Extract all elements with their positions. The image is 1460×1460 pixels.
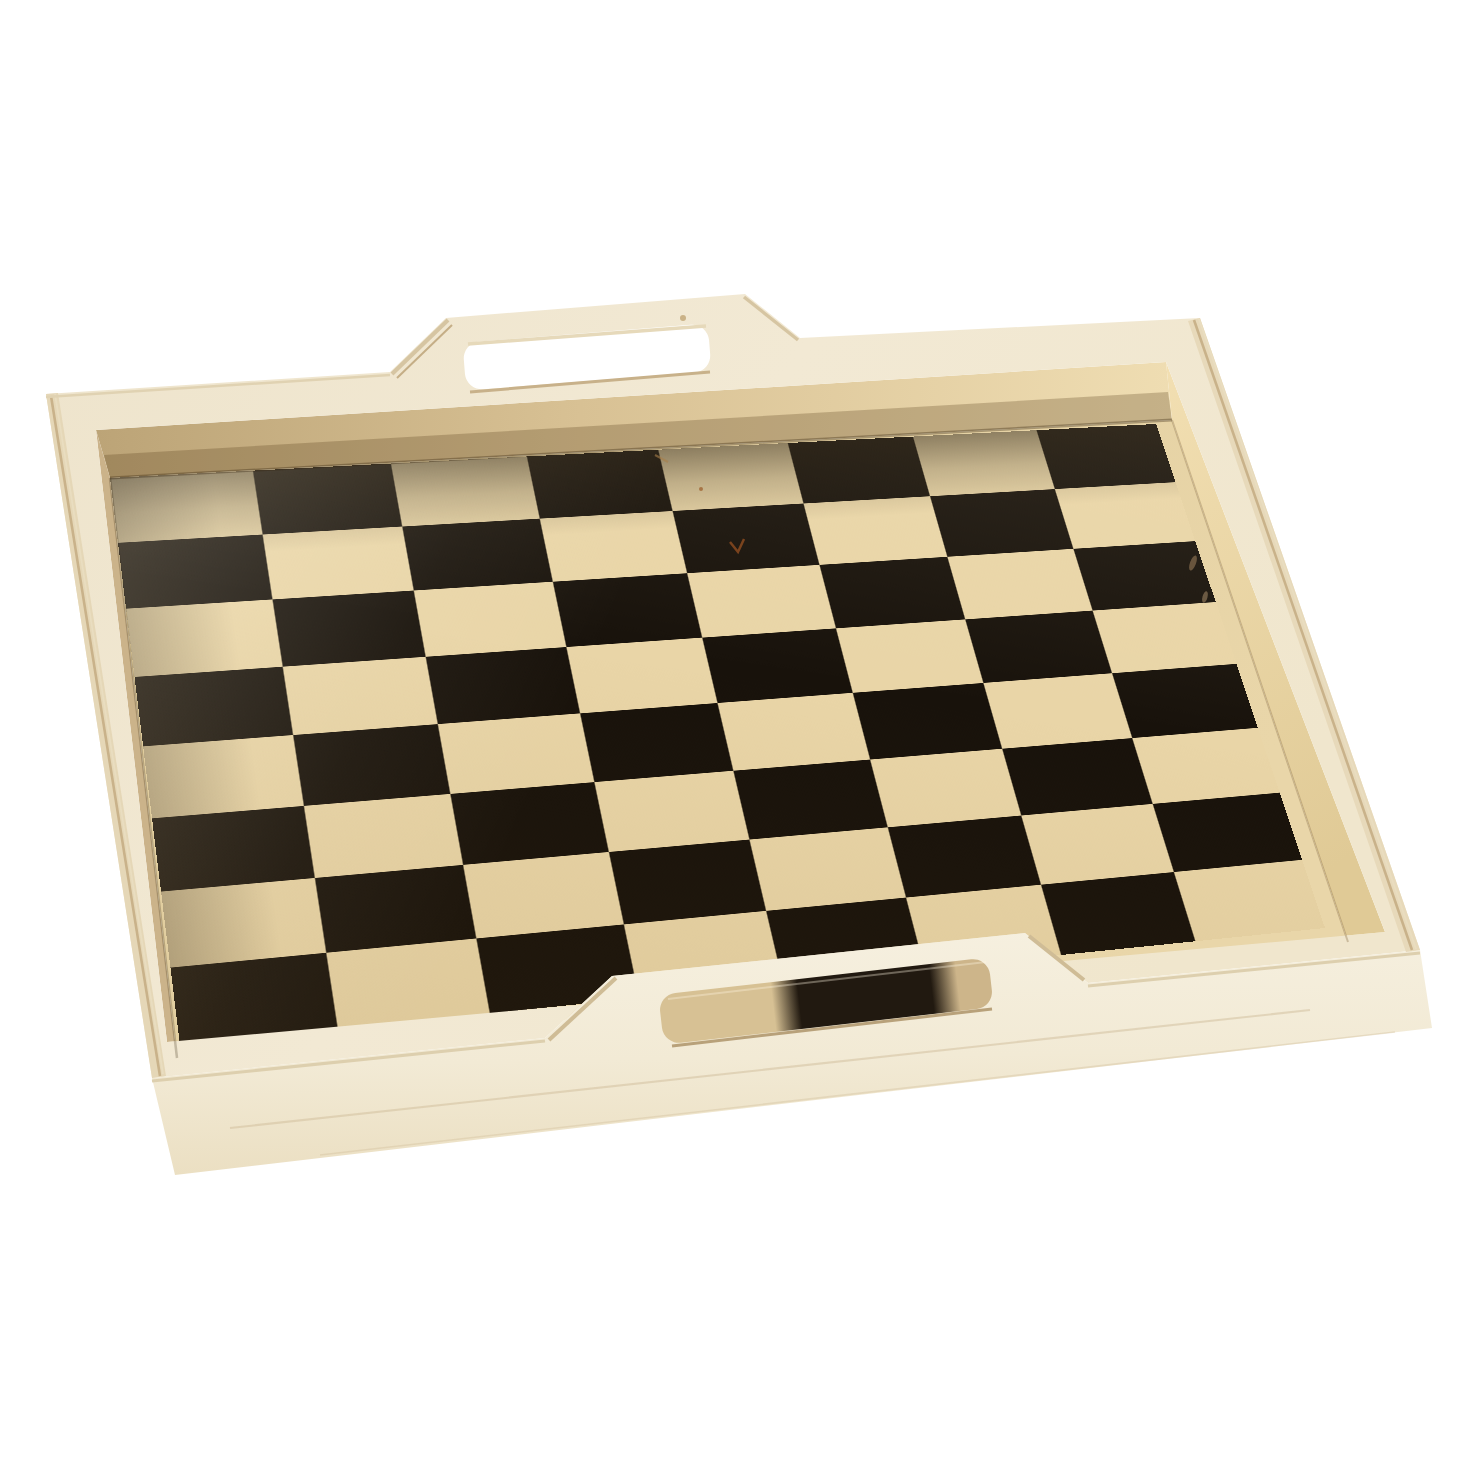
square-a6	[126, 599, 282, 676]
square-f3	[869, 748, 1021, 827]
square-d3	[594, 770, 750, 852]
square-f4	[852, 683, 1002, 759]
square-d4	[579, 703, 733, 782]
square-b3	[303, 794, 463, 878]
square-g2	[1021, 804, 1173, 884]
square-f6	[819, 557, 965, 628]
square-h3	[1132, 727, 1280, 803]
square-g3	[1002, 738, 1152, 816]
square-f1	[905, 884, 1061, 969]
square-b7	[262, 526, 414, 599]
square-c1	[476, 924, 638, 1013]
square-c5	[426, 647, 580, 724]
square-d5	[566, 637, 718, 713]
square-g4	[983, 673, 1131, 748]
square-d6	[552, 573, 702, 647]
square-h4	[1111, 664, 1257, 738]
square-a5	[135, 666, 293, 746]
square-b8	[252, 464, 402, 535]
square-c2	[463, 852, 623, 938]
square-f2	[887, 816, 1041, 898]
square-c8	[391, 457, 539, 527]
square-d8	[526, 450, 672, 519]
square-h6	[1073, 541, 1216, 610]
square-g7	[930, 489, 1073, 557]
square-a4	[143, 735, 303, 818]
square-g8	[913, 430, 1054, 496]
square-d1	[623, 911, 783, 999]
square-e3	[733, 759, 887, 839]
square-e6	[687, 565, 835, 637]
square-g5	[965, 610, 1111, 683]
square-h8	[1036, 424, 1175, 489]
square-d2	[608, 840, 766, 925]
square-c7	[402, 518, 552, 590]
square-e5	[702, 628, 852, 703]
square-c3	[450, 782, 608, 865]
square-h1	[1173, 859, 1325, 941]
square-a8	[110, 471, 262, 543]
square-e4	[718, 693, 870, 771]
square-a7	[118, 534, 272, 608]
square-h7	[1054, 482, 1195, 549]
square-c6	[414, 582, 566, 657]
square-a1	[170, 952, 337, 1045]
square-a3	[152, 806, 314, 892]
square-d7	[539, 511, 687, 582]
square-b6	[272, 591, 426, 667]
square-h2	[1152, 793, 1302, 872]
square-f7	[803, 496, 948, 565]
square-e7	[673, 503, 819, 573]
square-b1	[325, 938, 489, 1029]
square-b2	[314, 865, 476, 953]
square-e2	[749, 827, 905, 910]
square-c4	[438, 713, 594, 793]
square-e8	[658, 443, 803, 511]
square-b5	[282, 656, 438, 735]
square-g6	[947, 549, 1092, 619]
product-photo	[0, 0, 1460, 1460]
square-h5	[1092, 602, 1237, 674]
square-g1	[1041, 872, 1195, 955]
square-f5	[835, 619, 983, 693]
square-e1	[766, 897, 924, 983]
square-f8	[787, 437, 930, 504]
square-b4	[292, 724, 450, 805]
